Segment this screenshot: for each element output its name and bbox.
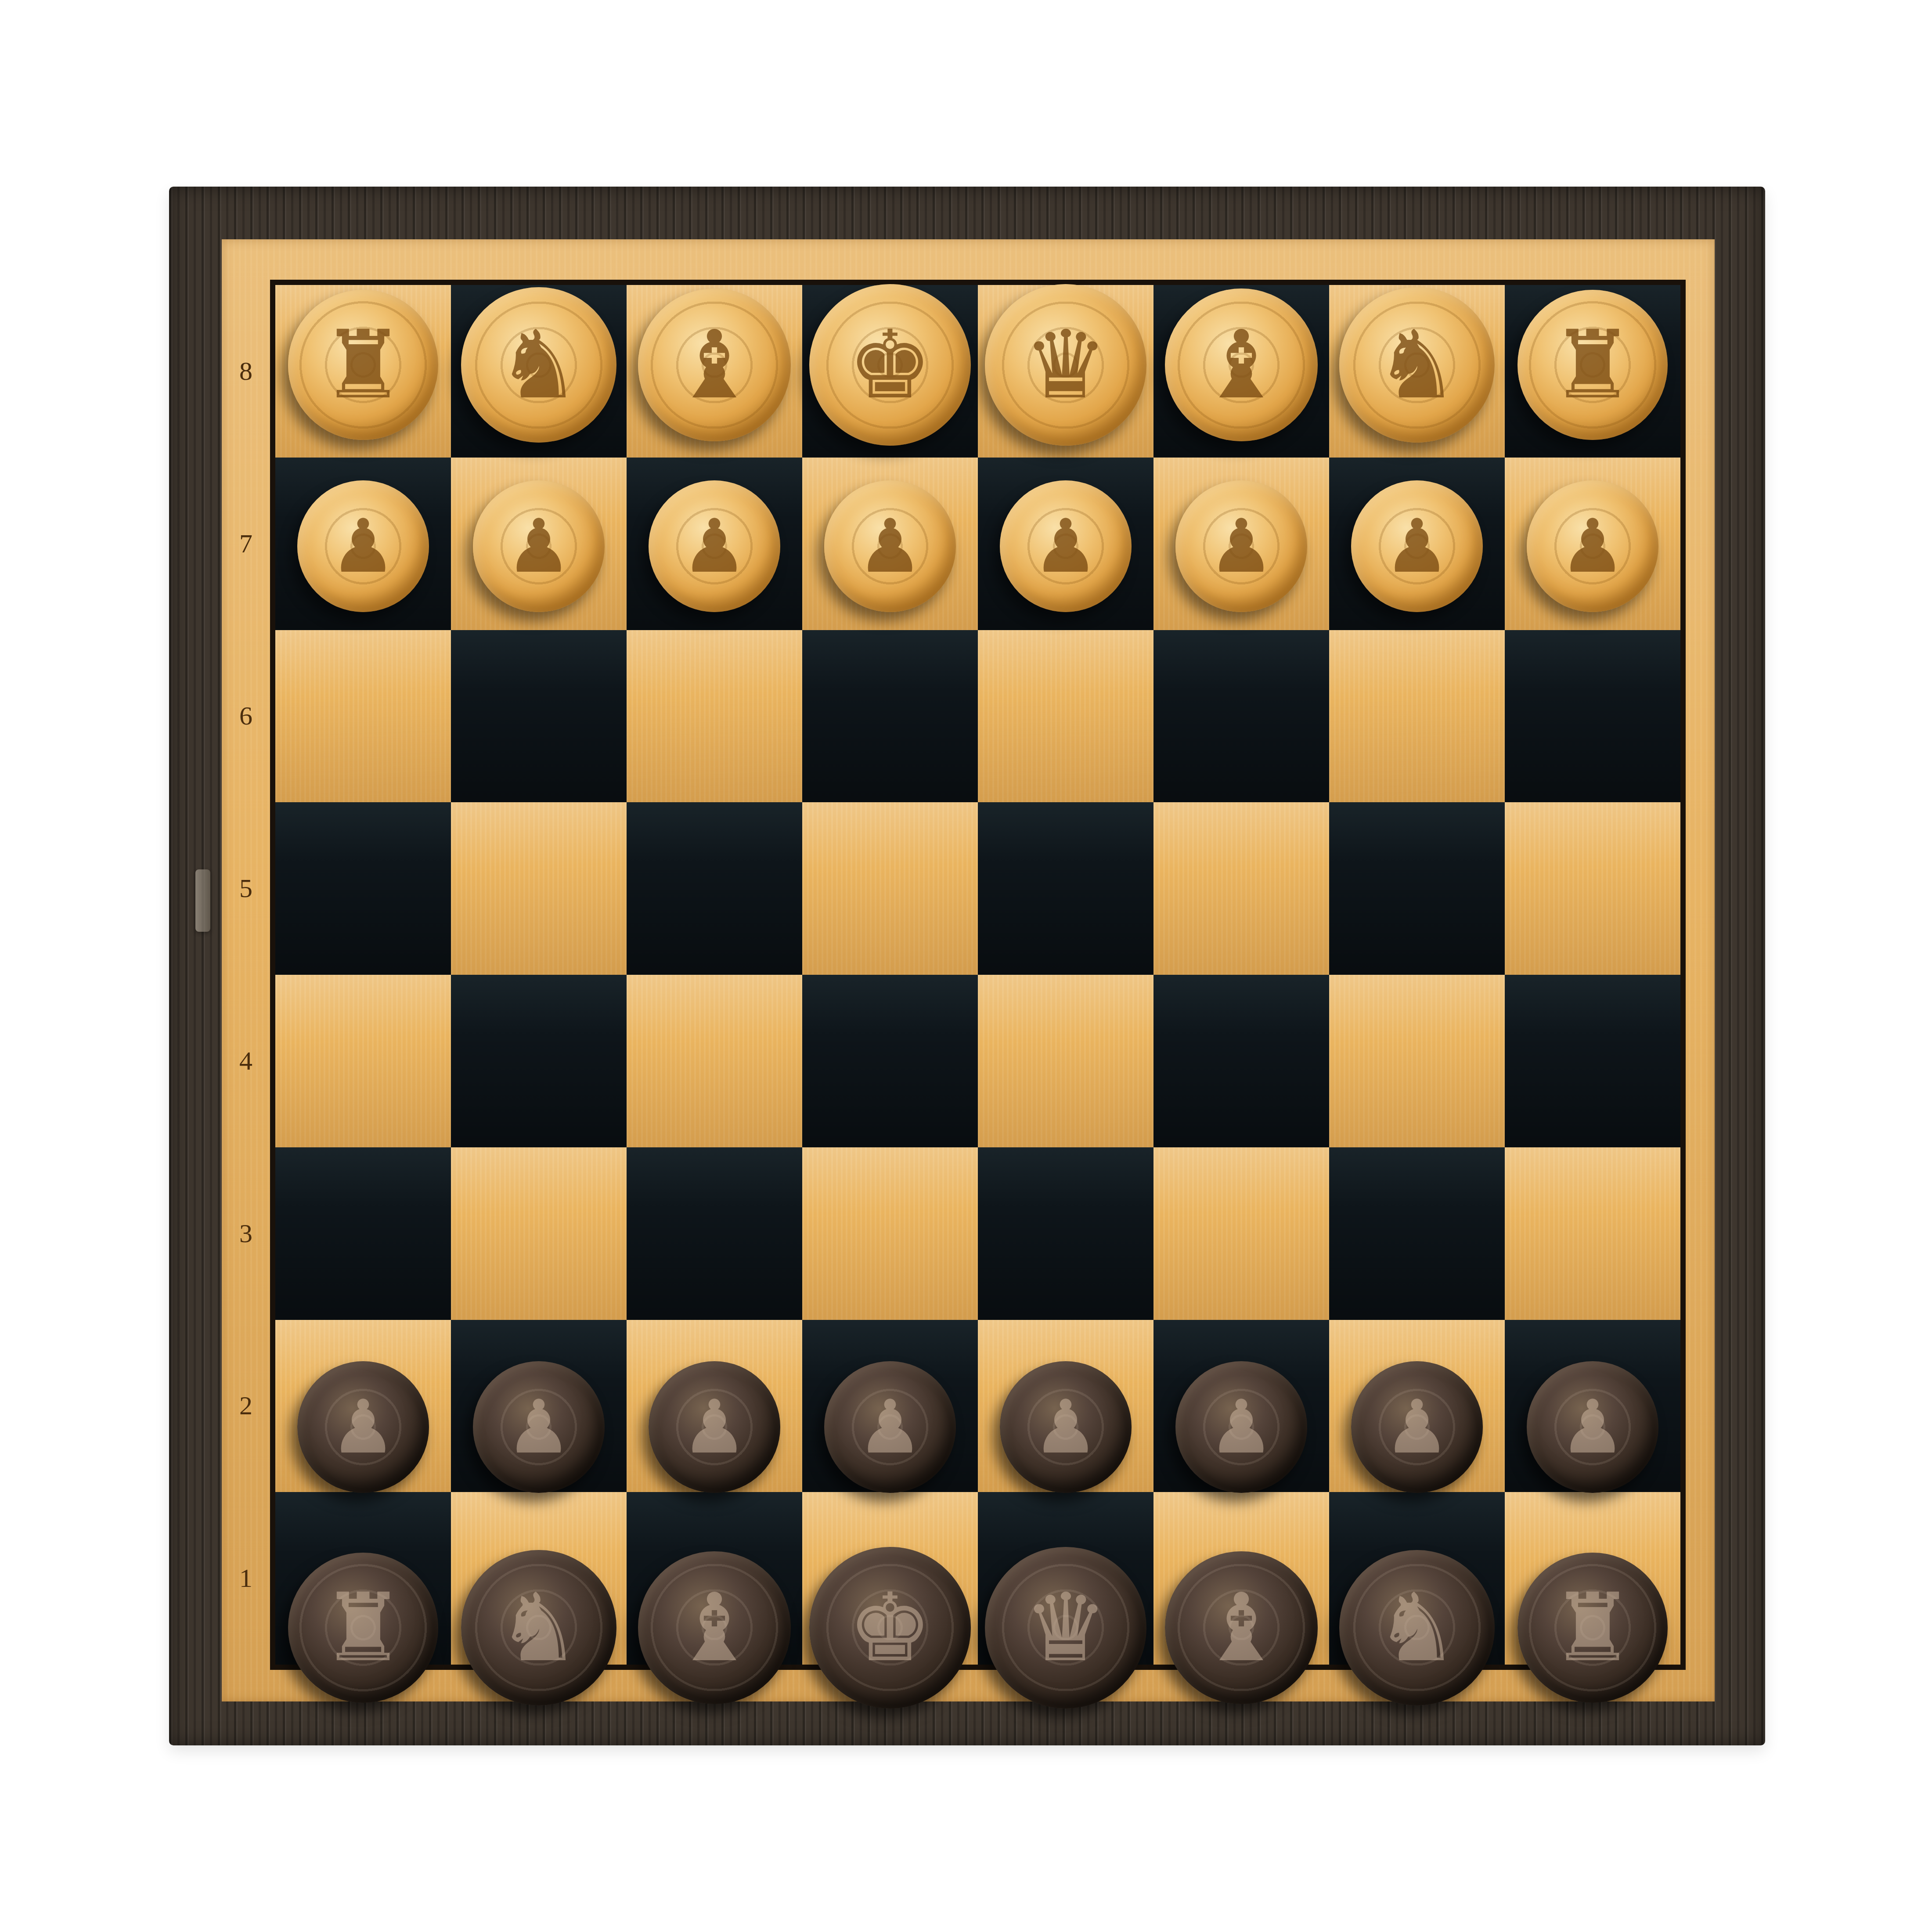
black-pawn-icon: ♟: [330, 1390, 396, 1464]
piece-white-pawn: ♟: [1505, 460, 1680, 633]
white-piece-disc: ♟: [1000, 480, 1132, 612]
white-piece-disc: ♟: [473, 480, 605, 612]
square-e6[interactable]: [978, 630, 1153, 803]
piece-white-bishop: ♝: [627, 279, 802, 451]
square-d5[interactable]: [802, 802, 978, 975]
board-photo: 87654321 abcdefgh ♜♞♝♚♛♝♞♜♟♟♟♟♟♟♟♟♟♟♟♟♟♟…: [0, 0, 1932, 1932]
piece-white-knight: ♞: [451, 279, 627, 451]
piece-black-pawn: ♟: [451, 1341, 627, 1514]
rank-label: 3: [222, 1147, 270, 1320]
piece-black-pawn: ♟: [802, 1341, 978, 1514]
chess-board: ♜♞♝♚♛♝♞♜♟♟♟♟♟♟♟♟♟♟♟♟♟♟♟♟♜♞♝♚♛♝♞♜: [275, 285, 1680, 1665]
square-h2[interactable]: ♟: [1505, 1320, 1680, 1492]
black-piece-disc: ♞: [461, 1550, 616, 1705]
white-pawn-icon: ♟: [1033, 509, 1099, 583]
square-e7[interactable]: ♟: [978, 458, 1153, 630]
square-a4[interactable]: [275, 975, 451, 1147]
piece-white-rook: ♜: [1505, 279, 1680, 451]
square-c5[interactable]: [627, 802, 802, 975]
square-h6[interactable]: [1505, 630, 1680, 803]
square-b6[interactable]: [451, 630, 627, 803]
white-piece-disc: ♜: [1517, 290, 1668, 440]
black-bishop-icon: ♝: [1199, 1581, 1283, 1675]
black-piece-disc: ♟: [1000, 1361, 1132, 1493]
black-rook-icon: ♜: [321, 1581, 405, 1675]
square-g8[interactable]: ♞: [1329, 285, 1505, 458]
piece-black-king: ♚: [802, 1541, 978, 1714]
square-d4[interactable]: [802, 975, 978, 1147]
piece-black-knight: ♞: [451, 1541, 627, 1714]
black-piece-disc: ♜: [288, 1553, 438, 1703]
black-pawn-icon: ♟: [1208, 1390, 1275, 1464]
square-h8[interactable]: ♜: [1505, 285, 1680, 458]
board-border: 87654321 abcdefgh ♜♞♝♚♛♝♞♜♟♟♟♟♟♟♟♟♟♟♟♟♟♟…: [222, 239, 1715, 1701]
square-d8[interactable]: ♚: [802, 285, 978, 458]
square-f3[interactable]: [1153, 1147, 1329, 1320]
square-f4[interactable]: [1153, 975, 1329, 1147]
piece-white-pawn: ♟: [451, 460, 627, 633]
white-pawn-icon: ♟: [330, 509, 396, 583]
black-pawn-icon: ♟: [1560, 1390, 1626, 1464]
piece-white-knight: ♞: [1329, 279, 1505, 451]
black-piece-disc: ♟: [649, 1361, 780, 1493]
piece-black-bishop: ♝: [627, 1541, 802, 1714]
square-g5[interactable]: [1329, 802, 1505, 975]
square-b2[interactable]: ♟: [451, 1320, 627, 1492]
square-e5[interactable]: [978, 802, 1153, 975]
black-king-icon: ♚: [848, 1581, 932, 1675]
square-f8[interactable]: ♝: [1153, 285, 1329, 458]
square-c2[interactable]: ♟: [627, 1320, 802, 1492]
piece-white-pawn: ♟: [275, 460, 451, 633]
black-piece-disc: ♚: [809, 1547, 971, 1709]
black-knight-icon: ♞: [1375, 1581, 1459, 1675]
square-d2[interactable]: ♟: [802, 1320, 978, 1492]
black-pawn-icon: ♟: [1384, 1390, 1450, 1464]
square-c4[interactable]: [627, 975, 802, 1147]
black-piece-disc: ♟: [473, 1361, 605, 1493]
piece-black-pawn: ♟: [1329, 1341, 1505, 1514]
board-pinstripe: ♜♞♝♚♛♝♞♜♟♟♟♟♟♟♟♟♟♟♟♟♟♟♟♟♜♞♝♚♛♝♞♜: [270, 280, 1686, 1670]
white-pawn-icon: ♟: [857, 509, 923, 583]
piece-black-pawn: ♟: [1505, 1341, 1680, 1514]
square-h3[interactable]: [1505, 1147, 1680, 1320]
square-b5[interactable]: [451, 802, 627, 975]
square-c1[interactable]: ♝: [627, 1492, 802, 1665]
piece-white-king: ♚: [802, 279, 978, 451]
piece-black-knight: ♞: [1329, 1541, 1505, 1714]
square-b7[interactable]: ♟: [451, 458, 627, 630]
square-f2[interactable]: ♟: [1153, 1320, 1329, 1492]
black-pawn-icon: ♟: [857, 1390, 923, 1464]
rank-label: 7: [222, 458, 270, 630]
square-c8[interactable]: ♝: [627, 285, 802, 458]
white-rook-icon: ♜: [321, 318, 405, 412]
board-frame: 87654321 abcdefgh ♜♞♝♚♛♝♞♜♟♟♟♟♟♟♟♟♟♟♟♟♟♟…: [169, 187, 1765, 1745]
black-piece-disc: ♟: [1351, 1361, 1483, 1493]
black-bishop-icon: ♝: [672, 1581, 757, 1675]
square-d3[interactable]: [802, 1147, 978, 1320]
white-piece-disc: ♟: [1527, 480, 1658, 612]
piece-black-bishop: ♝: [1153, 1541, 1329, 1714]
white-pawn-icon: ♟: [506, 509, 572, 583]
white-knight-icon: ♞: [497, 318, 581, 412]
rank-label: 8: [222, 285, 270, 458]
white-piece-disc: ♜: [288, 290, 438, 440]
piece-black-rook: ♜: [275, 1541, 451, 1714]
square-e2[interactable]: ♟: [978, 1320, 1153, 1492]
white-pawn-icon: ♟: [681, 509, 748, 583]
black-piece-disc: ♝: [638, 1551, 791, 1704]
square-g4[interactable]: [1329, 975, 1505, 1147]
square-e4[interactable]: [978, 975, 1153, 1147]
black-piece-disc: ♝: [1165, 1551, 1318, 1704]
square-b8[interactable]: ♞: [451, 285, 627, 458]
black-pawn-icon: ♟: [681, 1390, 748, 1464]
piece-white-rook: ♜: [275, 279, 451, 451]
square-g3[interactable]: [1329, 1147, 1505, 1320]
white-piece-disc: ♟: [649, 480, 780, 612]
square-e3[interactable]: [978, 1147, 1153, 1320]
square-a2[interactable]: ♟: [275, 1320, 451, 1492]
square-g1[interactable]: ♞: [1329, 1492, 1505, 1665]
white-piece-disc: ♛: [985, 284, 1146, 446]
square-g2[interactable]: ♟: [1329, 1320, 1505, 1492]
piece-black-rook: ♜: [1505, 1541, 1680, 1714]
piece-black-pawn: ♟: [627, 1341, 802, 1514]
black-piece-disc: ♛: [985, 1547, 1146, 1709]
square-h1[interactable]: ♜: [1505, 1492, 1680, 1665]
square-a7[interactable]: ♟: [275, 458, 451, 630]
white-bishop-icon: ♝: [1199, 318, 1283, 412]
square-b4[interactable]: [451, 975, 627, 1147]
piece-black-pawn: ♟: [275, 1341, 451, 1514]
square-g6[interactable]: [1329, 630, 1505, 803]
white-piece-disc: ♟: [1351, 480, 1483, 612]
square-a1[interactable]: ♜: [275, 1492, 451, 1665]
white-pawn-icon: ♟: [1560, 509, 1626, 583]
black-piece-disc: ♜: [1517, 1553, 1668, 1703]
white-pawn-icon: ♟: [1208, 509, 1275, 583]
square-f6[interactable]: [1153, 630, 1329, 803]
white-knight-icon: ♞: [1375, 318, 1459, 412]
black-piece-disc: ♟: [824, 1361, 956, 1493]
square-e8[interactable]: ♛: [978, 285, 1153, 458]
black-pawn-icon: ♟: [1033, 1390, 1099, 1464]
square-c6[interactable]: [627, 630, 802, 803]
piece-white-pawn: ♟: [1153, 460, 1329, 633]
rank-label: 1: [222, 1492, 270, 1665]
white-queen-icon: ♛: [1024, 318, 1108, 412]
square-f1[interactable]: ♝: [1153, 1492, 1329, 1665]
black-piece-disc: ♟: [1527, 1361, 1658, 1493]
black-queen-icon: ♛: [1024, 1581, 1108, 1675]
square-f5[interactable]: [1153, 802, 1329, 975]
square-h5[interactable]: [1505, 802, 1680, 975]
black-rook-icon: ♜: [1550, 1581, 1635, 1675]
black-knight-icon: ♞: [497, 1581, 581, 1675]
piece-black-pawn: ♟: [978, 1341, 1153, 1514]
square-b1[interactable]: ♞: [451, 1492, 627, 1665]
piece-white-pawn: ♟: [978, 460, 1153, 633]
black-piece-disc: ♞: [1339, 1550, 1495, 1705]
white-piece-disc: ♞: [1339, 287, 1495, 443]
black-piece-disc: ♟: [1175, 1361, 1307, 1493]
square-h7[interactable]: ♟: [1505, 458, 1680, 630]
piece-black-queen: ♛: [978, 1541, 1153, 1714]
square-c7[interactable]: ♟: [627, 458, 802, 630]
square-a8[interactable]: ♜: [275, 285, 451, 458]
square-d7[interactable]: ♟: [802, 458, 978, 630]
square-a5[interactable]: [275, 802, 451, 975]
hinge: [195, 869, 210, 932]
white-bishop-icon: ♝: [672, 318, 757, 412]
white-pawn-icon: ♟: [1384, 509, 1450, 583]
rank-label: 5: [222, 802, 270, 975]
rank-label: 4: [222, 975, 270, 1147]
square-d6[interactable]: [802, 630, 978, 803]
white-rook-icon: ♜: [1550, 318, 1635, 412]
square-f7[interactable]: ♟: [1153, 458, 1329, 630]
piece-white-queen: ♛: [978, 279, 1153, 451]
white-piece-disc: ♟: [297, 480, 429, 612]
square-a3[interactable]: [275, 1147, 451, 1320]
white-piece-disc: ♚: [809, 284, 971, 446]
rank-label: 2: [222, 1320, 270, 1492]
rank-label: 6: [222, 630, 270, 803]
white-piece-disc: ♝: [638, 288, 791, 441]
white-piece-disc: ♞: [461, 287, 616, 443]
white-king-icon: ♚: [848, 318, 932, 412]
square-c3[interactable]: [627, 1147, 802, 1320]
white-piece-disc: ♟: [1175, 480, 1307, 612]
piece-white-bishop: ♝: [1153, 279, 1329, 451]
square-d1[interactable]: ♚: [802, 1492, 978, 1665]
piece-black-pawn: ♟: [1153, 1341, 1329, 1514]
piece-white-pawn: ♟: [1329, 460, 1505, 633]
square-h4[interactable]: [1505, 975, 1680, 1147]
piece-white-pawn: ♟: [627, 460, 802, 633]
square-a6[interactable]: [275, 630, 451, 803]
square-b3[interactable]: [451, 1147, 627, 1320]
black-pawn-icon: ♟: [506, 1390, 572, 1464]
square-g7[interactable]: ♟: [1329, 458, 1505, 630]
rank-labels: 87654321: [222, 285, 270, 1665]
white-piece-disc: ♟: [824, 480, 956, 612]
piece-white-pawn: ♟: [802, 460, 978, 633]
black-piece-disc: ♟: [297, 1361, 429, 1493]
square-e1[interactable]: ♛: [978, 1492, 1153, 1665]
white-piece-disc: ♝: [1165, 288, 1318, 441]
